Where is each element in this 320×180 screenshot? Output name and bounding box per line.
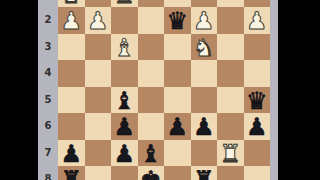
rank-label-3: 3: [38, 41, 58, 53]
rank-label-2: 2: [38, 14, 58, 26]
chess-board[interactable]: ♚♜♟♟♛♟♟♝♞♝♛♟♟♟♟♟♟♝♜♜♚♜: [58, 0, 270, 180]
square-a3[interactable]: [244, 34, 271, 61]
white-king-h1[interactable]: ♚: [60, 0, 82, 7]
white-bishop-f3[interactable]: ♝: [113, 36, 135, 60]
square-g6[interactable]: [85, 113, 112, 140]
square-c2[interactable]: ♟: [191, 7, 218, 34]
white-pawn-h2[interactable]: ♟: [60, 9, 82, 33]
white-pawn-c2[interactable]: ♟: [193, 9, 215, 33]
black-rook-c8[interactable]: ♜: [193, 168, 215, 180]
rank-label-6: 6: [38, 120, 58, 132]
square-a6[interactable]: ♟: [244, 113, 271, 140]
square-d6[interactable]: ♟: [164, 113, 191, 140]
black-pawn-f7[interactable]: ♟: [113, 142, 135, 166]
square-b6[interactable]: [217, 113, 244, 140]
square-h5[interactable]: [58, 87, 85, 114]
black-queen-d2[interactable]: ♛: [166, 9, 188, 33]
square-d7[interactable]: [164, 140, 191, 167]
square-e3[interactable]: [138, 34, 165, 61]
square-b5[interactable]: [217, 87, 244, 114]
square-b2[interactable]: [217, 7, 244, 34]
square-b3[interactable]: [217, 34, 244, 61]
rank-coordinates-strip: 2345678: [38, 0, 58, 180]
square-c6[interactable]: ♟: [191, 113, 218, 140]
square-c1[interactable]: [191, 0, 218, 7]
square-d8[interactable]: [164, 166, 191, 180]
square-e7[interactable]: ♝: [138, 140, 165, 167]
black-pawn-d6[interactable]: ♟: [166, 115, 188, 139]
black-rook-h8[interactable]: ♜: [60, 168, 82, 180]
square-c3[interactable]: ♞: [191, 34, 218, 61]
square-h8[interactable]: ♜: [58, 166, 85, 180]
white-rook-b7[interactable]: ♜: [219, 142, 241, 166]
square-a7[interactable]: [244, 140, 271, 167]
square-f7[interactable]: ♟: [111, 140, 138, 167]
black-pawn-a6[interactable]: ♟: [246, 115, 268, 139]
square-f4[interactable]: [111, 60, 138, 87]
square-d3[interactable]: [164, 34, 191, 61]
square-g5[interactable]: [85, 87, 112, 114]
white-rook-f1[interactable]: ♜: [113, 0, 135, 7]
square-a2[interactable]: ♟: [244, 7, 271, 34]
black-queen-a5[interactable]: ♛: [246, 89, 268, 113]
square-h6[interactable]: [58, 113, 85, 140]
rank-label-4: 4: [38, 67, 58, 79]
square-b7[interactable]: ♜: [217, 140, 244, 167]
white-knight-c3[interactable]: ♞: [193, 36, 215, 60]
square-d5[interactable]: [164, 87, 191, 114]
chess-diagram: 2345678 ♚♜♟♟♛♟♟♝♞♝♛♟♟♟♟♟♟♝♜♜♚♜: [0, 0, 320, 180]
white-pawn-a2[interactable]: ♟: [246, 9, 268, 33]
square-h1[interactable]: ♚: [58, 0, 85, 7]
black-bishop-f5[interactable]: ♝: [113, 89, 135, 113]
square-a1[interactable]: [244, 0, 271, 7]
square-e6[interactable]: [138, 113, 165, 140]
square-h7[interactable]: ♟: [58, 140, 85, 167]
square-d4[interactable]: [164, 60, 191, 87]
rank-label-8: 8: [38, 173, 58, 180]
square-c4[interactable]: [191, 60, 218, 87]
square-b4[interactable]: [217, 60, 244, 87]
white-pawn-g2[interactable]: ♟: [87, 9, 109, 33]
square-c5[interactable]: [191, 87, 218, 114]
square-e2[interactable]: [138, 7, 165, 34]
square-b1[interactable]: [217, 0, 244, 7]
square-g3[interactable]: [85, 34, 112, 61]
square-d2[interactable]: ♛: [164, 7, 191, 34]
square-g8[interactable]: [85, 166, 112, 180]
square-h2[interactable]: ♟: [58, 7, 85, 34]
square-g1[interactable]: [85, 0, 112, 7]
square-e8[interactable]: ♚: [138, 166, 165, 180]
square-h3[interactable]: [58, 34, 85, 61]
square-f6[interactable]: ♟: [111, 113, 138, 140]
square-f8[interactable]: [111, 166, 138, 180]
square-d1[interactable]: [164, 0, 191, 7]
square-e1[interactable]: [138, 0, 165, 7]
square-f2[interactable]: [111, 7, 138, 34]
square-g4[interactable]: [85, 60, 112, 87]
black-pawn-h7[interactable]: ♟: [60, 142, 82, 166]
square-a8[interactable]: [244, 166, 271, 180]
square-f3[interactable]: ♝: [111, 34, 138, 61]
black-king-e8[interactable]: ♚: [140, 168, 162, 180]
square-g2[interactable]: ♟: [85, 7, 112, 34]
square-h4[interactable]: [58, 60, 85, 87]
square-b8[interactable]: [217, 166, 244, 180]
square-e5[interactable]: [138, 87, 165, 114]
square-e4[interactable]: [138, 60, 165, 87]
square-f5[interactable]: ♝: [111, 87, 138, 114]
black-bishop-e7[interactable]: ♝: [140, 142, 162, 166]
rank-label-5: 5: [38, 94, 58, 106]
square-a4[interactable]: [244, 60, 271, 87]
square-f1[interactable]: ♜: [111, 0, 138, 7]
square-c7[interactable]: [191, 140, 218, 167]
rank-label-7: 7: [38, 147, 58, 159]
black-pawn-c6[interactable]: ♟: [193, 115, 215, 139]
board-right-edge: [270, 0, 278, 180]
black-pawn-f6[interactable]: ♟: [113, 115, 135, 139]
square-c8[interactable]: ♜: [191, 166, 218, 180]
square-g7[interactable]: [85, 140, 112, 167]
square-a5[interactable]: ♛: [244, 87, 271, 114]
